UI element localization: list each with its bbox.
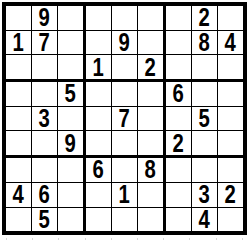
cell-r6c6[interactable] bbox=[138, 131, 166, 158]
cell-r3c6[interactable]: 2 bbox=[138, 55, 166, 82]
given-digit: 5 bbox=[39, 208, 50, 232]
cell-r2c5[interactable]: 9 bbox=[112, 31, 138, 56]
cell-r7c5[interactable] bbox=[112, 158, 138, 183]
cell-r6c7[interactable]: 2 bbox=[166, 131, 192, 158]
cell-r3c5[interactable] bbox=[112, 55, 138, 82]
cell-r6c4[interactable] bbox=[86, 131, 112, 158]
given-digit: 6 bbox=[39, 183, 50, 208]
cell-r2c9[interactable]: 4 bbox=[218, 31, 243, 56]
cell-r6c1[interactable] bbox=[6, 131, 32, 158]
cell-r5c9[interactable] bbox=[218, 107, 243, 132]
given-digit: 6 bbox=[93, 158, 104, 183]
cell-r3c4[interactable]: 1 bbox=[86, 55, 112, 82]
given-digit: 7 bbox=[39, 31, 50, 56]
cell-r6c8[interactable] bbox=[192, 131, 218, 158]
cell-r8c7[interactable] bbox=[166, 183, 192, 208]
cell-r4c7[interactable]: 6 bbox=[166, 82, 192, 107]
given-digit: 3 bbox=[199, 183, 210, 208]
cell-r2c7[interactable] bbox=[166, 31, 192, 56]
cell-r9c2[interactable]: 5 bbox=[32, 208, 58, 232]
given-digit: 9 bbox=[39, 6, 50, 31]
cell-r7c3[interactable] bbox=[58, 158, 86, 183]
sudoku-board: 9217984125637592684613254 bbox=[2, 2, 247, 235]
given-digit: 8 bbox=[145, 158, 156, 183]
given-digit: 9 bbox=[65, 131, 76, 156]
cell-r7c2[interactable] bbox=[32, 158, 58, 183]
cell-r8c4[interactable] bbox=[86, 183, 112, 208]
cell-r9c5[interactable] bbox=[112, 208, 138, 232]
given-digit: 2 bbox=[199, 6, 210, 31]
cell-r3c1[interactable] bbox=[6, 55, 32, 82]
cell-r3c9[interactable] bbox=[218, 55, 243, 82]
page: 9217984125637592684613254 bbox=[0, 0, 250, 240]
given-digit: 3 bbox=[39, 107, 50, 132]
given-digit: 5 bbox=[199, 107, 210, 132]
cell-r4c4[interactable] bbox=[86, 82, 112, 107]
cell-r4c9[interactable] bbox=[218, 82, 243, 107]
cell-r6c3[interactable]: 9 bbox=[58, 131, 86, 158]
cell-r7c9[interactable] bbox=[218, 158, 243, 183]
cell-r5c4[interactable] bbox=[86, 107, 112, 132]
cell-r8c5[interactable]: 1 bbox=[112, 183, 138, 208]
cell-r4c8[interactable] bbox=[192, 82, 218, 107]
cell-r9c8[interactable]: 4 bbox=[192, 208, 218, 232]
cell-r2c3[interactable] bbox=[58, 31, 86, 56]
given-digit: 4 bbox=[199, 208, 210, 232]
given-digit: 1 bbox=[119, 183, 130, 208]
given-digit: 4 bbox=[13, 183, 24, 208]
cell-r1c7[interactable] bbox=[166, 6, 192, 31]
cell-r2c1[interactable]: 1 bbox=[6, 31, 32, 56]
given-digit: 2 bbox=[173, 131, 184, 156]
cell-r1c3[interactable] bbox=[58, 6, 86, 31]
cell-r3c3[interactable] bbox=[58, 55, 86, 82]
cell-r8c9[interactable]: 2 bbox=[218, 183, 243, 208]
cell-r7c7[interactable] bbox=[166, 158, 192, 183]
cell-r7c4[interactable]: 6 bbox=[86, 158, 112, 183]
cell-r5c6[interactable] bbox=[138, 107, 166, 132]
cell-r1c2[interactable]: 9 bbox=[32, 6, 58, 31]
cell-r4c2[interactable] bbox=[32, 82, 58, 107]
cell-r1c8[interactable]: 2 bbox=[192, 6, 218, 31]
cell-r8c1[interactable]: 4 bbox=[6, 183, 32, 208]
cell-r9c1[interactable] bbox=[6, 208, 32, 232]
given-digit: 2 bbox=[145, 55, 156, 80]
cell-r5c8[interactable]: 5 bbox=[192, 107, 218, 132]
given-digit: 1 bbox=[93, 55, 104, 80]
cell-r2c8[interactable]: 8 bbox=[192, 31, 218, 56]
cell-r1c4[interactable] bbox=[86, 6, 112, 31]
cell-r4c6[interactable] bbox=[138, 82, 166, 107]
cell-r3c8[interactable] bbox=[192, 55, 218, 82]
cell-r9c9[interactable] bbox=[218, 208, 243, 232]
given-digit: 2 bbox=[225, 183, 236, 208]
cell-r5c7[interactable] bbox=[166, 107, 192, 132]
cell-r2c6[interactable] bbox=[138, 31, 166, 56]
cell-r5c1[interactable] bbox=[6, 107, 32, 132]
cell-r8c8[interactable]: 3 bbox=[192, 183, 218, 208]
cell-r8c2[interactable]: 6 bbox=[32, 183, 58, 208]
given-digit: 9 bbox=[119, 31, 130, 56]
cell-r6c9[interactable] bbox=[218, 131, 243, 158]
cell-r6c5[interactable] bbox=[112, 131, 138, 158]
cell-r5c3[interactable] bbox=[58, 107, 86, 132]
cell-r7c8[interactable] bbox=[192, 158, 218, 183]
cell-r9c7[interactable] bbox=[166, 208, 192, 232]
cell-r1c6[interactable] bbox=[138, 6, 166, 31]
cell-r1c5[interactable] bbox=[112, 6, 138, 31]
cell-r3c7[interactable] bbox=[166, 55, 192, 82]
cell-r1c1[interactable] bbox=[6, 6, 32, 31]
given-digit: 1 bbox=[13, 31, 24, 56]
cell-r9c3[interactable] bbox=[58, 208, 86, 232]
cell-r5c5[interactable]: 7 bbox=[112, 107, 138, 132]
cell-r8c3[interactable] bbox=[58, 183, 86, 208]
cell-r7c1[interactable] bbox=[6, 158, 32, 183]
cell-r9c6[interactable] bbox=[138, 208, 166, 232]
cell-r4c1[interactable] bbox=[6, 82, 32, 107]
cell-r3c2[interactable] bbox=[32, 55, 58, 82]
cell-r5c2[interactable]: 3 bbox=[32, 107, 58, 132]
cell-r4c3[interactable]: 5 bbox=[58, 82, 86, 107]
cell-r8c6[interactable] bbox=[138, 183, 166, 208]
cell-r2c4[interactable] bbox=[86, 31, 112, 56]
given-digit: 8 bbox=[199, 31, 210, 56]
cell-r2c2[interactable]: 7 bbox=[32, 31, 58, 56]
cell-r9c4[interactable] bbox=[86, 208, 112, 232]
cell-r7c6[interactable]: 8 bbox=[138, 158, 166, 183]
given-digit: 5 bbox=[65, 82, 76, 107]
cell-r6c2[interactable] bbox=[32, 131, 58, 158]
given-digit: 7 bbox=[119, 107, 130, 132]
given-digit: 4 bbox=[225, 31, 236, 56]
cell-r4c5[interactable] bbox=[112, 82, 138, 107]
cell-r1c9[interactable] bbox=[218, 6, 243, 31]
given-digit: 6 bbox=[173, 82, 184, 107]
